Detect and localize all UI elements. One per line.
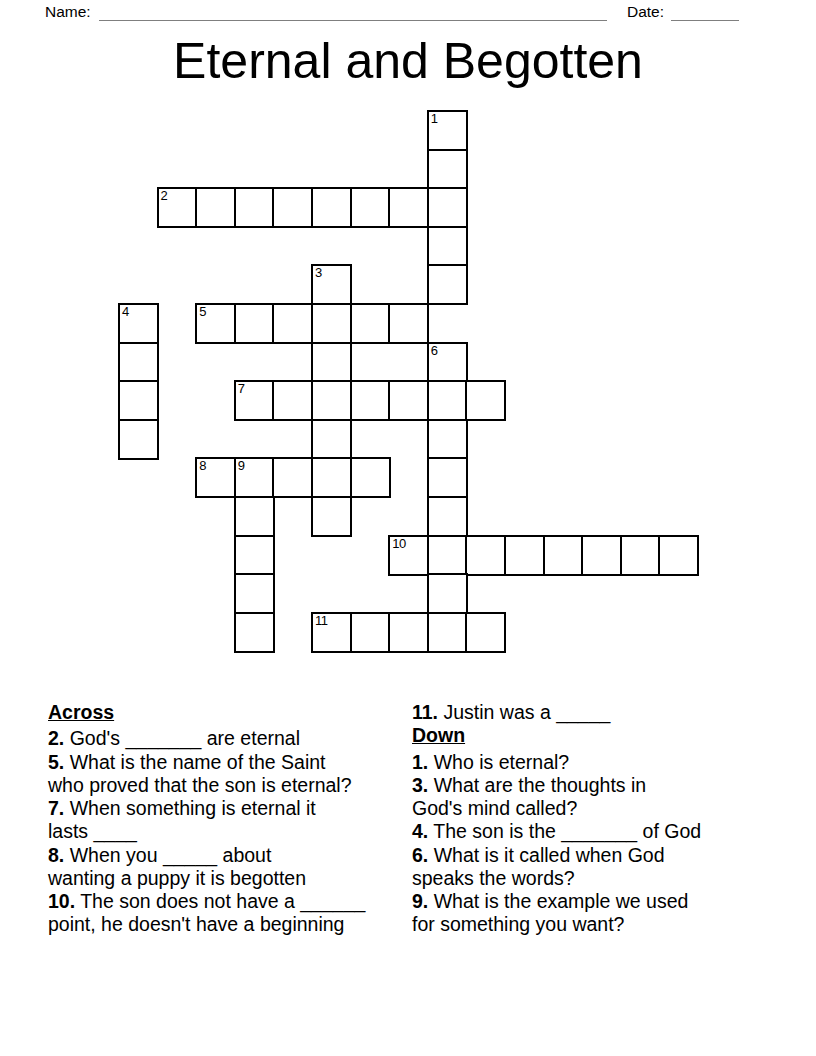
clue-text: What is it called when God speaks the wo… — [412, 844, 665, 889]
across-heading: Across — [48, 701, 404, 724]
cell-r12-c8[interactable] — [427, 573, 468, 614]
cell-r8-c0[interactable] — [118, 419, 159, 460]
cell-r4-c5[interactable]: 3 — [311, 264, 352, 305]
clue-text: What is the name of the Saint who proved… — [48, 751, 352, 796]
clue-text: God's _______ are eternal — [70, 727, 300, 749]
clue-number: 1. — [412, 751, 428, 773]
clue-text: The son is the _______ of God — [433, 820, 701, 842]
clue-down-3: 3. What are the thoughts in God's mind c… — [412, 774, 768, 821]
cell-r2-c5[interactable] — [311, 187, 352, 228]
cell-r2-c3[interactable] — [234, 187, 275, 228]
cell-r9-c4[interactable] — [272, 457, 313, 498]
cell-r2-c6[interactable] — [350, 187, 391, 228]
cell-number: 11 — [315, 614, 328, 628]
clue-across-11: 11. Justin was a _____ — [412, 701, 768, 724]
across-clues-list: 2. God's _______ are eternal5. What is t… — [48, 727, 404, 936]
cell-r10-c8[interactable] — [427, 496, 468, 537]
cell-r11-c7[interactable]: 10 — [388, 535, 429, 576]
cell-number: 1 — [431, 112, 438, 126]
cell-r9-c5[interactable] — [311, 457, 352, 498]
cell-r7-c7[interactable] — [388, 380, 429, 421]
across-clues-overflow: 11. Justin was a _____ — [412, 701, 768, 724]
cell-number: 5 — [199, 305, 206, 319]
cell-r11-c9[interactable] — [465, 535, 506, 576]
cell-r7-c3[interactable]: 7 — [234, 380, 275, 421]
clue-text: What is the example we used for somethin… — [412, 890, 688, 935]
cell-r2-c4[interactable] — [272, 187, 313, 228]
clue-text: When something is eternal it lasts ____ — [48, 797, 316, 842]
cell-r7-c8[interactable] — [427, 380, 468, 421]
clue-number: 6. — [412, 844, 428, 866]
cell-r13-c7[interactable] — [388, 612, 429, 653]
crossword-grid: 1234567891011 — [118, 110, 700, 652]
cell-r2-c1[interactable]: 2 — [157, 187, 198, 228]
cell-r5-c3[interactable] — [234, 303, 275, 344]
down-clues-column: 11. Justin was a _____ Down 1. Who is et… — [412, 701, 768, 937]
cell-r11-c12[interactable] — [581, 535, 622, 576]
cell-r8-c8[interactable] — [427, 419, 468, 460]
clue-number: 7. — [48, 797, 64, 819]
clue-across-5: 5. What is the name of the Saint who pro… — [48, 751, 404, 798]
cell-r6-c8[interactable]: 6 — [427, 342, 468, 383]
clue-down-1: 1. Who is eternal? — [412, 751, 768, 774]
clue-number: 8. — [48, 844, 64, 866]
cell-r10-c5[interactable] — [311, 496, 352, 537]
clue-number: 11. — [412, 701, 438, 723]
cell-r13-c5[interactable]: 11 — [311, 612, 352, 653]
clue-across-7: 7. When something is eternal it lasts __… — [48, 797, 404, 844]
cell-r11-c8[interactable] — [427, 535, 468, 576]
clue-number: 3. — [412, 774, 428, 796]
cell-r5-c2[interactable]: 5 — [195, 303, 236, 344]
across-clues-column: Across 2. God's _______ are eternal5. Wh… — [48, 701, 404, 937]
cell-number: 7 — [238, 382, 245, 396]
cell-r7-c9[interactable] — [465, 380, 506, 421]
cell-r10-c3[interactable] — [234, 496, 275, 537]
cell-r2-c8[interactable] — [427, 187, 468, 228]
cell-r13-c9[interactable] — [465, 612, 506, 653]
clue-text: The son does not have a ______ point, he… — [48, 890, 365, 935]
cell-r5-c0[interactable]: 4 — [118, 303, 159, 344]
cell-r11-c11[interactable] — [543, 535, 584, 576]
clue-across-8: 8. When you _____ about wanting a puppy … — [48, 844, 404, 891]
cell-r11-c14[interactable] — [658, 535, 699, 576]
cell-r5-c6[interactable] — [350, 303, 391, 344]
cell-r1-c8[interactable] — [427, 149, 468, 190]
cell-r6-c0[interactable] — [118, 342, 159, 383]
date-label: Date: — [627, 3, 664, 21]
clue-number: 9. — [412, 890, 428, 912]
cell-r9-c8[interactable] — [427, 457, 468, 498]
cell-r13-c6[interactable] — [350, 612, 391, 653]
clue-number: 10. — [48, 890, 75, 912]
cell-r11-c13[interactable] — [620, 535, 661, 576]
cell-r8-c5[interactable] — [311, 419, 352, 460]
cell-r7-c0[interactable] — [118, 380, 159, 421]
name-blank-line[interactable] — [99, 6, 607, 21]
cell-r3-c8[interactable] — [427, 226, 468, 267]
cell-r9-c6[interactable] — [350, 457, 391, 498]
cell-r2-c7[interactable] — [388, 187, 429, 228]
cell-r6-c5[interactable] — [311, 342, 352, 383]
cell-r7-c6[interactable] — [350, 380, 391, 421]
down-clues-list: 1. Who is eternal?3. What are the though… — [412, 751, 768, 937]
cell-r5-c4[interactable] — [272, 303, 313, 344]
clue-text: Who is eternal? — [434, 751, 569, 773]
cell-number: 9 — [238, 459, 245, 473]
cell-number: 2 — [161, 189, 168, 203]
cell-r5-c7[interactable] — [388, 303, 429, 344]
clue-number: 5. — [48, 751, 64, 773]
cell-number: 10 — [392, 537, 405, 551]
cell-r13-c3[interactable] — [234, 612, 275, 653]
cell-r0-c8[interactable]: 1 — [427, 110, 468, 151]
cell-number: 4 — [122, 305, 129, 319]
down-heading: Down — [412, 724, 768, 747]
clue-across-2: 2. God's _______ are eternal — [48, 727, 404, 750]
clue-across-10: 10. The son does not have a ______ point… — [48, 890, 404, 937]
cell-r2-c2[interactable] — [195, 187, 236, 228]
cell-r13-c8[interactable] — [427, 612, 468, 653]
cell-r7-c5[interactable] — [311, 380, 352, 421]
cell-r9-c2[interactable]: 8 — [195, 457, 236, 498]
puzzle-title: Eternal and Begotten — [0, 34, 816, 88]
cell-r4-c8[interactable] — [427, 264, 468, 305]
cell-r11-c3[interactable] — [234, 535, 275, 576]
cell-r9-c3[interactable]: 9 — [234, 457, 275, 498]
cell-number: 3 — [315, 266, 322, 280]
clue-text: What are the thoughts in God's mind call… — [412, 774, 646, 819]
clue-text: When you _____ about wanting a puppy it … — [48, 844, 306, 889]
name-label: Name: — [45, 3, 91, 21]
cell-r11-c10[interactable] — [504, 535, 545, 576]
cell-r12-c3[interactable] — [234, 573, 275, 614]
cell-r7-c4[interactable] — [272, 380, 313, 421]
clue-text: Justin was a _____ — [443, 701, 610, 723]
cell-r5-c5[interactable] — [311, 303, 352, 344]
clue-down-4: 4. The son is the _______ of God — [412, 820, 768, 843]
date-blank-line[interactable] — [671, 6, 739, 21]
clue-down-9: 9. What is the example we used for somet… — [412, 890, 768, 937]
clue-down-6: 6. What is it called when God speaks the… — [412, 844, 768, 891]
clue-number: 4. — [412, 820, 428, 842]
cell-number: 8 — [199, 459, 206, 473]
clue-number: 2. — [48, 727, 64, 749]
cell-number: 6 — [431, 344, 438, 358]
